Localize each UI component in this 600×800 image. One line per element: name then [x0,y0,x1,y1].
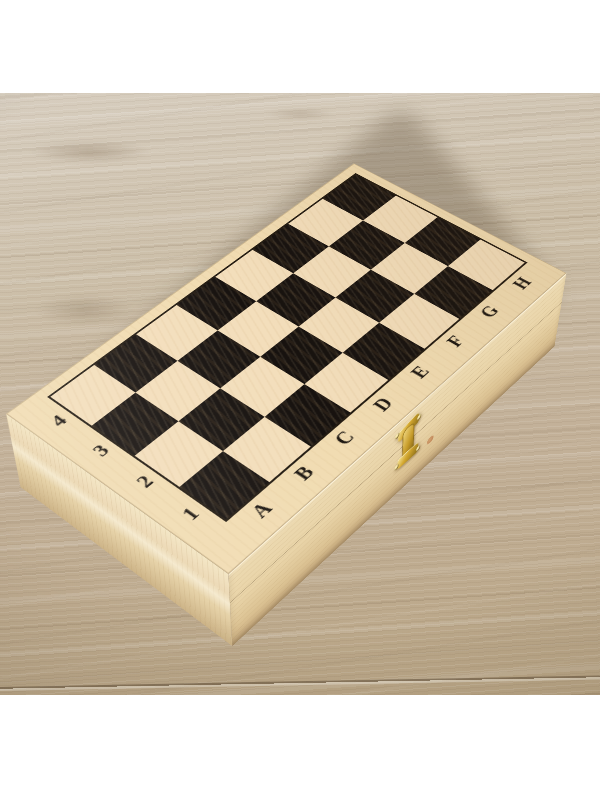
photo-vignette [0,93,600,695]
product-photo-canvas: 4321 ABCDEFGH [0,0,600,800]
photo-area: 4321 ABCDEFGH [0,93,600,695]
